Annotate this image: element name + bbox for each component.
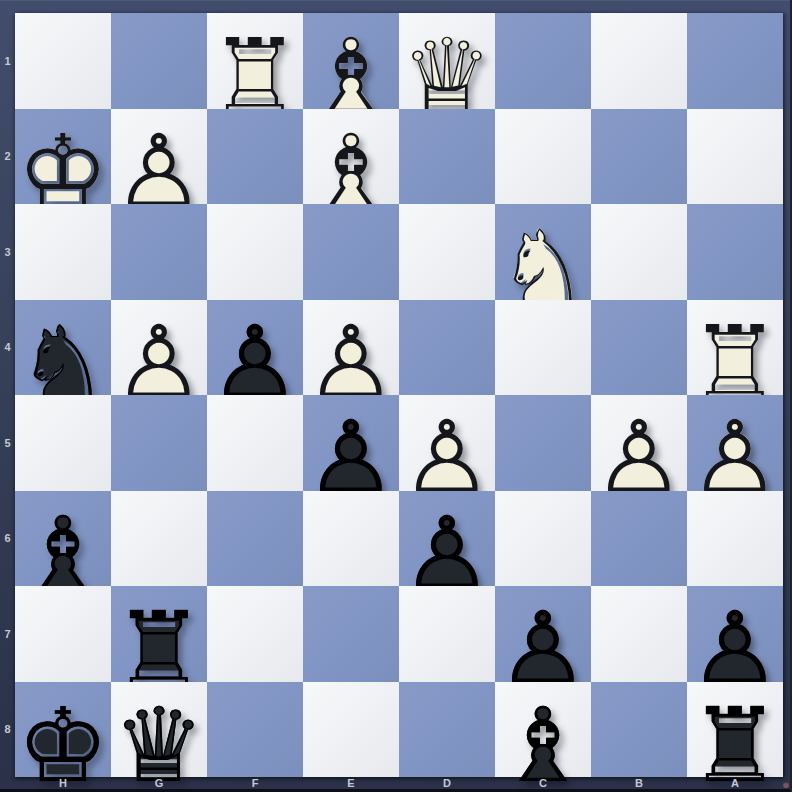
square-f1[interactable]: ♜♖: [207, 13, 303, 109]
square-f3[interactable]: [207, 204, 303, 300]
square-d5[interactable]: ♟♙: [399, 395, 495, 491]
square-c1[interactable]: [495, 13, 591, 109]
square-a3[interactable]: [687, 204, 783, 300]
white-pawn-d5[interactable]: ♟♙: [399, 398, 495, 494]
square-g4[interactable]: ♟♙: [111, 300, 207, 396]
square-b6[interactable]: [591, 491, 687, 587]
square-g3[interactable]: [111, 204, 207, 300]
square-a4[interactable]: ♜♖: [687, 300, 783, 396]
file-label-b: B: [591, 777, 687, 789]
white-bishop-e1[interactable]: ♝♗: [303, 16, 399, 112]
white-queen-d1[interactable]: ♛♕: [399, 16, 495, 112]
rank-label-3: 3: [0, 204, 15, 300]
square-b7[interactable]: [591, 586, 687, 682]
square-f8[interactable]: [207, 682, 303, 778]
square-e2[interactable]: ♝♗: [303, 109, 399, 205]
square-c8[interactable]: ♝♗: [495, 682, 591, 778]
square-a6[interactable]: [687, 491, 783, 587]
black-pawn-c7[interactable]: ♟♙: [495, 589, 591, 685]
rank-label-8: 8: [0, 682, 15, 778]
square-b5[interactable]: ♟♙: [591, 395, 687, 491]
square-d8[interactable]: [399, 682, 495, 778]
square-c7[interactable]: ♟♙: [495, 586, 591, 682]
square-f4[interactable]: ♟♙: [207, 300, 303, 396]
file-label-d: D: [399, 777, 495, 789]
black-pawn-f4[interactable]: ♟♙: [207, 303, 303, 399]
corner-dot: [783, 782, 789, 788]
square-f5[interactable]: [207, 395, 303, 491]
square-h5[interactable]: [15, 395, 111, 491]
square-h1[interactable]: [15, 13, 111, 109]
white-king-h2[interactable]: ♚♔: [15, 112, 111, 208]
file-label-c: C: [495, 777, 591, 789]
square-h6[interactable]: ♝♗: [15, 491, 111, 587]
white-rook-a4[interactable]: ♜♖: [687, 303, 783, 399]
square-h8[interactable]: ♚♔: [15, 682, 111, 778]
square-d7[interactable]: [399, 586, 495, 682]
square-b1[interactable]: [591, 13, 687, 109]
file-label-e: E: [303, 777, 399, 789]
black-rook-a8[interactable]: ♜♖: [687, 685, 783, 781]
square-g5[interactable]: [111, 395, 207, 491]
file-labels: HGFEDCBA: [15, 777, 783, 789]
black-knight-h4[interactable]: ♞♘: [15, 303, 111, 399]
square-h3[interactable]: [15, 204, 111, 300]
square-c5[interactable]: [495, 395, 591, 491]
rank-labels: 12345678: [0, 13, 15, 777]
square-b4[interactable]: [591, 300, 687, 396]
white-pawn-b5[interactable]: ♟♙: [591, 398, 687, 494]
white-pawn-a5[interactable]: ♟♙: [687, 398, 783, 494]
square-h2[interactable]: ♚♔: [15, 109, 111, 205]
square-g1[interactable]: [111, 13, 207, 109]
file-label-f: F: [207, 777, 303, 789]
square-d4[interactable]: [399, 300, 495, 396]
black-queen-g8[interactable]: ♛♕: [111, 685, 207, 781]
rank-label-6: 6: [0, 491, 15, 587]
square-c3[interactable]: ♞♘: [495, 204, 591, 300]
black-bishop-h6[interactable]: ♝♗: [15, 494, 111, 590]
white-bishop-e2[interactable]: ♝♗: [303, 112, 399, 208]
chess-board[interactable]: ♜♖♝♗♛♕♚♔♟♙♝♗♞♘♞♘♟♙♟♙♟♙♜♖♟♙♟♙♟♙♟♙♝♗♟♙♜♖♟♙…: [15, 13, 783, 777]
square-g2[interactable]: ♟♙: [111, 109, 207, 205]
square-d1[interactable]: ♛♕: [399, 13, 495, 109]
square-f6[interactable]: [207, 491, 303, 587]
square-d3[interactable]: [399, 204, 495, 300]
square-e5[interactable]: ♟♙: [303, 395, 399, 491]
black-rook-g7[interactable]: ♜♖: [111, 589, 207, 685]
file-label-h: H: [15, 777, 111, 789]
white-knight-c3[interactable]: ♞♘: [495, 207, 591, 303]
square-a2[interactable]: [687, 109, 783, 205]
queen-outline-icon: ♕: [113, 685, 205, 792]
white-rook-f1[interactable]: ♜♖: [207, 16, 303, 112]
rank-label-7: 7: [0, 586, 15, 682]
square-e7[interactable]: [303, 586, 399, 682]
white-pawn-e4[interactable]: ♟♙: [303, 303, 399, 399]
file-label-a: A: [687, 777, 783, 789]
square-c4[interactable]: [495, 300, 591, 396]
square-c6[interactable]: [495, 491, 591, 587]
file-label-g: G: [111, 777, 207, 789]
square-h4[interactable]: ♞♘: [15, 300, 111, 396]
black-pawn-e5[interactable]: ♟♙: [303, 398, 399, 494]
white-pawn-g2[interactable]: ♟♙: [111, 112, 207, 208]
square-e6[interactable]: [303, 491, 399, 587]
square-a8[interactable]: ♜♖: [687, 682, 783, 778]
black-king-h8[interactable]: ♚♔: [15, 685, 111, 781]
rank-label-4: 4: [0, 300, 15, 396]
black-pawn-a7[interactable]: ♟♙: [687, 589, 783, 685]
square-a1[interactable]: [687, 13, 783, 109]
square-a5[interactable]: ♟♙: [687, 395, 783, 491]
square-d2[interactable]: [399, 109, 495, 205]
square-g7[interactable]: ♜♖: [111, 586, 207, 682]
rank-label-1: 1: [0, 13, 15, 109]
king-outline-icon: ♔: [17, 685, 109, 792]
rook-outline-icon: ♖: [689, 685, 781, 792]
rank-label-5: 5: [0, 395, 15, 491]
square-b8[interactable]: [591, 682, 687, 778]
square-e3[interactable]: [303, 204, 399, 300]
square-f7[interactable]: [207, 586, 303, 682]
square-e1[interactable]: ♝♗: [303, 13, 399, 109]
square-g6[interactable]: [111, 491, 207, 587]
square-b2[interactable]: [591, 109, 687, 205]
square-e4[interactable]: ♟♙: [303, 300, 399, 396]
rank-label-2: 2: [0, 109, 15, 205]
square-b3[interactable]: [591, 204, 687, 300]
square-g8[interactable]: ♛♕: [111, 682, 207, 778]
black-bishop-c8[interactable]: ♝♗: [495, 685, 591, 781]
square-c2[interactable]: [495, 109, 591, 205]
square-d6[interactable]: ♟♙: [399, 491, 495, 587]
square-e8[interactable]: [303, 682, 399, 778]
square-a7[interactable]: ♟♙: [687, 586, 783, 682]
white-pawn-g4[interactable]: ♟♙: [111, 303, 207, 399]
square-h7[interactable]: [15, 586, 111, 682]
bishop-outline-icon: ♗: [497, 685, 589, 792]
square-f2[interactable]: [207, 109, 303, 205]
black-pawn-d6[interactable]: ♟♙: [399, 494, 495, 590]
